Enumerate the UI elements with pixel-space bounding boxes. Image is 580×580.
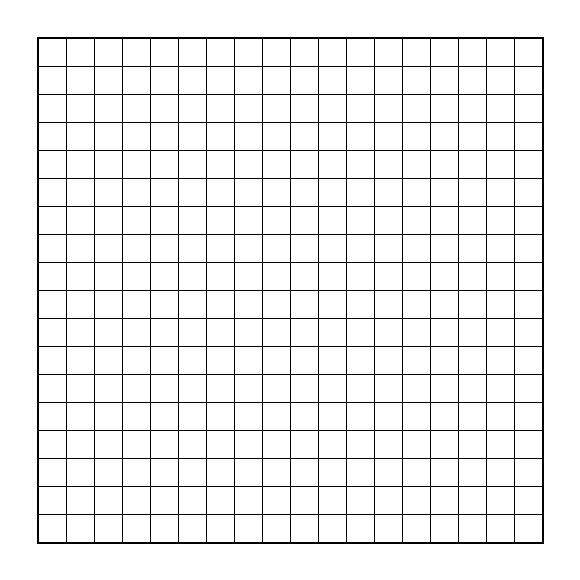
go-app-window [0, 0, 580, 580]
go-board[interactable] [38, 38, 543, 543]
